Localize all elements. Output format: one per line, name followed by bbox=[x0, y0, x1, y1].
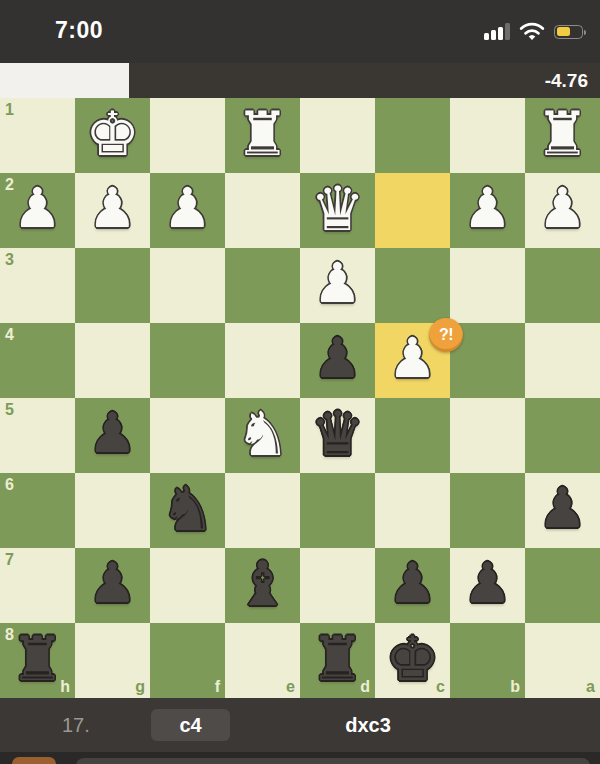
square-h2[interactable]: ♟2 bbox=[0, 173, 75, 248]
bottom-partial-row bbox=[0, 752, 600, 764]
status-bar: 7:00 bbox=[0, 0, 600, 63]
square-g4[interactable] bbox=[75, 323, 150, 398]
rank-label-7: 7 bbox=[5, 552, 14, 568]
cellular-signal-icon bbox=[484, 23, 510, 40]
square-b1[interactable] bbox=[450, 98, 525, 173]
square-d1[interactable] bbox=[300, 98, 375, 173]
black-pawn: ♟ bbox=[313, 331, 362, 386]
black-pawn: ♟ bbox=[463, 556, 512, 611]
white-pawn: ♟ bbox=[313, 256, 362, 311]
file-label-e: e bbox=[286, 679, 295, 695]
square-e5[interactable]: ♞ bbox=[225, 398, 300, 473]
white-move-chip[interactable]: c4 bbox=[151, 709, 230, 741]
square-b5[interactable] bbox=[450, 398, 525, 473]
rank-label-3: 3 bbox=[5, 252, 14, 268]
black-king: ♚ bbox=[385, 628, 440, 689]
square-d8[interactable]: ♜d bbox=[300, 623, 375, 698]
white-rook: ♜ bbox=[535, 103, 590, 164]
rank-label-2: 2 bbox=[5, 177, 14, 193]
square-d3[interactable]: ♟ bbox=[300, 248, 375, 323]
square-c2[interactable] bbox=[375, 173, 450, 248]
file-label-b: b bbox=[510, 679, 520, 695]
evaluation-bar: -4.76 bbox=[0, 63, 600, 98]
square-f1[interactable] bbox=[150, 98, 225, 173]
message-pill bbox=[76, 758, 590, 764]
square-h6[interactable]: 6 bbox=[0, 473, 75, 548]
square-d6[interactable] bbox=[300, 473, 375, 548]
evaluation-score: -4.76 bbox=[545, 63, 588, 98]
white-pawn: ♟ bbox=[463, 181, 512, 236]
white-rook: ♜ bbox=[235, 103, 290, 164]
status-icons bbox=[484, 0, 592, 63]
black-bishop: ♝ bbox=[235, 553, 290, 614]
rank-label-1: 1 bbox=[5, 102, 14, 118]
square-c6[interactable] bbox=[375, 473, 450, 548]
white-pawn: ♟ bbox=[538, 181, 587, 236]
square-c5[interactable] bbox=[375, 398, 450, 473]
file-label-f: f bbox=[215, 679, 220, 695]
square-g7[interactable]: ♟ bbox=[75, 548, 150, 623]
square-c7[interactable]: ♟ bbox=[375, 548, 450, 623]
rank-label-4: 4 bbox=[5, 327, 14, 343]
file-label-a: a bbox=[586, 679, 595, 695]
square-g3[interactable] bbox=[75, 248, 150, 323]
square-d5[interactable]: ♛ bbox=[300, 398, 375, 473]
square-a2[interactable]: ♟ bbox=[525, 173, 600, 248]
square-g2[interactable]: ♟ bbox=[75, 173, 150, 248]
square-h3[interactable]: 3 bbox=[0, 248, 75, 323]
square-f8[interactable]: f bbox=[150, 623, 225, 698]
square-d7[interactable] bbox=[300, 548, 375, 623]
square-a7[interactable] bbox=[525, 548, 600, 623]
battery-icon bbox=[554, 24, 588, 40]
black-rook: ♜ bbox=[310, 628, 365, 689]
wifi-icon bbox=[519, 22, 545, 41]
white-queen: ♛ bbox=[310, 178, 365, 239]
file-label-d: d bbox=[360, 679, 370, 695]
square-e4[interactable] bbox=[225, 323, 300, 398]
evaluation-white-portion bbox=[0, 63, 129, 98]
square-c3[interactable] bbox=[375, 248, 450, 323]
square-a3[interactable] bbox=[525, 248, 600, 323]
move-number: 17. bbox=[62, 698, 90, 752]
white-pawn: ♟ bbox=[163, 181, 212, 236]
file-label-h: h bbox=[60, 679, 70, 695]
white-pawn: ♟ bbox=[88, 181, 137, 236]
square-h5[interactable]: 5 bbox=[0, 398, 75, 473]
square-e7[interactable]: ♝ bbox=[225, 548, 300, 623]
square-e8[interactable]: e bbox=[225, 623, 300, 698]
clock-time: 7:00 bbox=[55, 17, 103, 44]
file-label-c: c bbox=[436, 679, 445, 695]
square-f4[interactable] bbox=[150, 323, 225, 398]
square-h7[interactable]: 7 bbox=[0, 548, 75, 623]
white-pawn: ♟ bbox=[13, 181, 62, 236]
square-h4[interactable]: 4 bbox=[0, 323, 75, 398]
black-pawn: ♟ bbox=[88, 556, 137, 611]
square-f3[interactable] bbox=[150, 248, 225, 323]
square-h8[interactable]: ♜8h bbox=[0, 623, 75, 698]
black-pawn: ♟ bbox=[88, 406, 137, 461]
square-f5[interactable] bbox=[150, 398, 225, 473]
square-b7[interactable]: ♟ bbox=[450, 548, 525, 623]
black-knight: ♞ bbox=[160, 478, 215, 539]
square-a6[interactable]: ♟ bbox=[525, 473, 600, 548]
square-h1[interactable]: 1 bbox=[0, 98, 75, 173]
square-e6[interactable] bbox=[225, 473, 300, 548]
black-queen: ♛ bbox=[310, 403, 365, 464]
square-b3[interactable] bbox=[450, 248, 525, 323]
square-c8[interactable]: ♚c bbox=[375, 623, 450, 698]
chess-board[interactable]: 1♚♜♜♟2♟♟♛♟♟3♟4♟♟?!5♟♞♛6♞♟7♟♝♟♟♜8hgfe♜d♚c… bbox=[0, 98, 600, 698]
square-g8[interactable]: g bbox=[75, 623, 150, 698]
square-f7[interactable] bbox=[150, 548, 225, 623]
black-move-label[interactable]: dxc3 bbox=[307, 698, 429, 752]
avatar bbox=[12, 757, 56, 764]
square-e3[interactable] bbox=[225, 248, 300, 323]
rank-label-5: 5 bbox=[5, 402, 14, 418]
rank-label-8: 8 bbox=[5, 627, 14, 643]
move-list-bar: 17. c4 dxc3 bbox=[0, 698, 600, 752]
move-annotation-badge: ?! bbox=[429, 318, 463, 352]
square-a1[interactable]: ♜ bbox=[525, 98, 600, 173]
square-g6[interactable] bbox=[75, 473, 150, 548]
square-f6[interactable]: ♞ bbox=[150, 473, 225, 548]
square-f2[interactable]: ♟ bbox=[150, 173, 225, 248]
black-pawn: ♟ bbox=[538, 481, 587, 536]
square-b2[interactable]: ♟ bbox=[450, 173, 525, 248]
black-rook: ♜ bbox=[10, 628, 65, 689]
square-d2[interactable]: ♛ bbox=[300, 173, 375, 248]
square-b6[interactable] bbox=[450, 473, 525, 548]
square-d4[interactable]: ♟ bbox=[300, 323, 375, 398]
white-king: ♚ bbox=[85, 103, 140, 164]
square-c4[interactable]: ♟?! bbox=[375, 323, 450, 398]
square-a8[interactable]: a bbox=[525, 623, 600, 698]
square-e1[interactable]: ♜ bbox=[225, 98, 300, 173]
file-label-g: g bbox=[135, 679, 145, 695]
white-knight: ♞ bbox=[235, 403, 290, 464]
square-a4[interactable] bbox=[525, 323, 600, 398]
square-g5[interactable]: ♟ bbox=[75, 398, 150, 473]
square-c1[interactable] bbox=[375, 98, 450, 173]
square-e2[interactable] bbox=[225, 173, 300, 248]
rank-label-6: 6 bbox=[5, 477, 14, 493]
square-b8[interactable]: b bbox=[450, 623, 525, 698]
app-screen: 7:00 -4.76 1♚♜♜♟2♟♟♛♟♟3♟4♟♟?!5♟♞♛6♞♟7♟♝♟… bbox=[0, 0, 600, 764]
square-a5[interactable] bbox=[525, 398, 600, 473]
square-g1[interactable]: ♚ bbox=[75, 98, 150, 173]
black-pawn: ♟ bbox=[388, 556, 437, 611]
